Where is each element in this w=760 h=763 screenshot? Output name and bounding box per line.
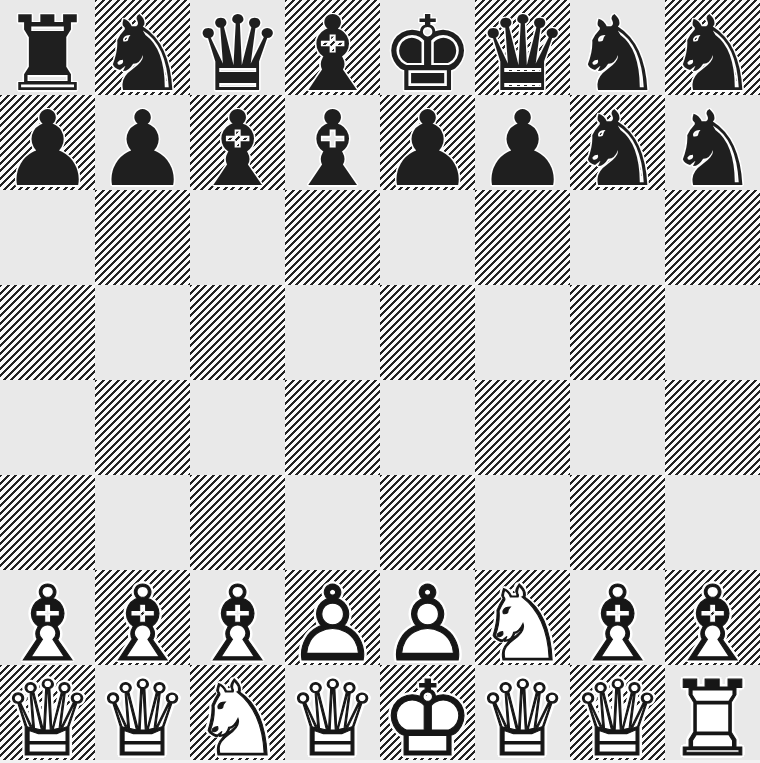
square-f7[interactable]: ♟ [475, 95, 570, 190]
chess-board: ♜♞♛♝♚♛♞♞♟♟♝♝♟♟♞♞♝♗♝♗♝♗♟♙♟♙♞♘♝♗♝♗♛♕♛♕♞♘♛♕… [0, 0, 760, 760]
piece-white-knight[interactable]: ♞♘ [190, 665, 285, 760]
square-f1[interactable]: ♛♕ [475, 665, 570, 760]
white-rook-icon: ♖ [665, 671, 760, 763]
piece-white-king[interactable]: ♚♔ [380, 665, 475, 760]
square-h6[interactable] [665, 190, 760, 285]
white-pawn-fill-icon: ♟ [285, 576, 380, 671]
square-g7[interactable]: ♞ [570, 95, 665, 190]
black-knight-icon: ♞ [570, 101, 665, 196]
square-e2[interactable]: ♟♙ [380, 570, 475, 665]
square-a6[interactable] [0, 190, 95, 285]
square-a7[interactable]: ♟ [0, 95, 95, 190]
piece-black-pawn[interactable]: ♟ [0, 95, 95, 190]
black-rook-icon: ♜ [0, 6, 95, 101]
white-bishop-fill-icon: ♝ [570, 576, 665, 671]
square-h2[interactable]: ♝♗ [665, 570, 760, 665]
white-pawn-icon: ♙ [285, 576, 380, 671]
square-c2[interactable]: ♝♗ [190, 570, 285, 665]
piece-white-queen[interactable]: ♛♕ [285, 665, 380, 760]
square-c4[interactable] [190, 380, 285, 475]
square-f8[interactable]: ♛ [475, 0, 570, 95]
square-d1[interactable]: ♛♕ [285, 665, 380, 760]
square-g1[interactable]: ♛♕ [570, 665, 665, 760]
square-h3[interactable] [665, 475, 760, 570]
black-pawn-icon: ♟ [95, 101, 190, 196]
white-pawn-fill-icon: ♟ [380, 576, 475, 671]
white-knight-fill-icon: ♞ [475, 576, 570, 671]
square-a4[interactable] [0, 380, 95, 475]
piece-black-pawn[interactable]: ♟ [380, 95, 475, 190]
square-d8[interactable]: ♝ [285, 0, 380, 95]
square-b5[interactable] [95, 285, 190, 380]
square-b3[interactable] [95, 475, 190, 570]
square-b1[interactable]: ♛♕ [95, 665, 190, 760]
square-a8[interactable]: ♜ [0, 0, 95, 95]
piece-white-rook[interactable]: ♜♖ [665, 665, 760, 760]
piece-white-knight[interactable]: ♞♘ [475, 570, 570, 665]
white-queen-fill-icon: ♛ [285, 671, 380, 763]
piece-black-knight[interactable]: ♞ [570, 95, 665, 190]
square-e4[interactable] [380, 380, 475, 475]
black-bishop-icon: ♝ [190, 101, 285, 196]
white-bishop-fill-icon: ♝ [665, 576, 760, 671]
white-queen-fill-icon: ♛ [570, 671, 665, 763]
square-c3[interactable] [190, 475, 285, 570]
piece-white-queen[interactable]: ♛♕ [570, 665, 665, 760]
black-pawn-icon: ♟ [0, 101, 95, 196]
white-knight-icon: ♘ [190, 671, 285, 763]
white-bishop-icon: ♗ [0, 576, 95, 671]
white-queen-icon: ♕ [475, 671, 570, 763]
piece-white-bishop[interactable]: ♝♗ [0, 570, 95, 665]
piece-black-bishop[interactable]: ♝ [285, 0, 380, 95]
white-bishop-icon: ♗ [570, 576, 665, 671]
square-a2[interactable]: ♝♗ [0, 570, 95, 665]
square-a1[interactable]: ♛♕ [0, 665, 95, 760]
square-e1[interactable]: ♚♔ [380, 665, 475, 760]
white-king-fill-icon: ♚ [380, 671, 475, 763]
square-d6[interactable] [285, 190, 380, 285]
black-bishop-icon: ♝ [285, 6, 380, 101]
piece-black-knight[interactable]: ♞ [570, 0, 665, 95]
square-d5[interactable] [285, 285, 380, 380]
square-e3[interactable] [380, 475, 475, 570]
piece-white-queen[interactable]: ♛♕ [0, 665, 95, 760]
square-g6[interactable] [570, 190, 665, 285]
white-rook-fill-icon: ♜ [665, 671, 760, 763]
square-g2[interactable]: ♝♗ [570, 570, 665, 665]
square-f5[interactable] [475, 285, 570, 380]
square-h5[interactable] [665, 285, 760, 380]
black-knight-icon: ♞ [570, 6, 665, 101]
piece-white-bishop[interactable]: ♝♗ [665, 570, 760, 665]
black-king-icon: ♚ [380, 6, 475, 101]
white-queen-fill-icon: ♛ [475, 671, 570, 763]
square-d7[interactable]: ♝ [285, 95, 380, 190]
white-bishop-icon: ♗ [95, 576, 190, 671]
square-h1[interactable]: ♜♖ [665, 665, 760, 760]
piece-black-knight[interactable]: ♞ [665, 0, 760, 95]
square-e6[interactable] [380, 190, 475, 285]
square-c7[interactable]: ♝ [190, 95, 285, 190]
square-f6[interactable] [475, 190, 570, 285]
white-bishop-fill-icon: ♝ [95, 576, 190, 671]
square-b8[interactable]: ♞ [95, 0, 190, 95]
piece-black-rook[interactable]: ♜ [0, 0, 95, 95]
white-pawn-icon: ♙ [380, 576, 475, 671]
square-c1[interactable]: ♞♘ [190, 665, 285, 760]
square-h4[interactable] [665, 380, 760, 475]
black-knight-icon: ♞ [665, 101, 760, 196]
white-queen-icon: ♕ [570, 671, 665, 763]
black-queen-icon: ♛ [475, 6, 570, 101]
white-queen-icon: ♕ [285, 671, 380, 763]
square-h7[interactable]: ♞ [665, 95, 760, 190]
black-knight-icon: ♞ [95, 6, 190, 101]
square-b6[interactable] [95, 190, 190, 285]
piece-black-bishop[interactable]: ♝ [285, 95, 380, 190]
white-bishop-icon: ♗ [665, 576, 760, 671]
piece-black-knight[interactable]: ♞ [665, 95, 760, 190]
piece-white-pawn[interactable]: ♟♙ [285, 570, 380, 665]
square-b4[interactable] [95, 380, 190, 475]
white-king-icon: ♔ [380, 671, 475, 763]
piece-white-queen[interactable]: ♛♕ [475, 665, 570, 760]
square-e5[interactable] [380, 285, 475, 380]
piece-black-pawn[interactable]: ♟ [95, 95, 190, 190]
square-b7[interactable]: ♟ [95, 95, 190, 190]
square-a5[interactable] [0, 285, 95, 380]
piece-black-knight[interactable]: ♞ [95, 0, 190, 95]
piece-black-queen[interactable]: ♛ [475, 0, 570, 95]
black-bishop-icon: ♝ [285, 101, 380, 196]
black-knight-icon: ♞ [665, 6, 760, 101]
square-c8[interactable]: ♛ [190, 0, 285, 95]
piece-black-pawn[interactable]: ♟ [475, 95, 570, 190]
square-g4[interactable] [570, 380, 665, 475]
white-bishop-icon: ♗ [190, 576, 285, 671]
square-g3[interactable] [570, 475, 665, 570]
piece-white-pawn[interactable]: ♟♙ [380, 570, 475, 665]
square-c6[interactable] [190, 190, 285, 285]
square-d3[interactable] [285, 475, 380, 570]
square-d2[interactable]: ♟♙ [285, 570, 380, 665]
piece-white-bishop[interactable]: ♝♗ [570, 570, 665, 665]
white-bishop-fill-icon: ♝ [190, 576, 285, 671]
piece-black-queen[interactable]: ♛ [190, 0, 285, 95]
piece-black-king[interactable]: ♚ [380, 0, 475, 95]
square-h8[interactable]: ♞ [665, 0, 760, 95]
square-c5[interactable] [190, 285, 285, 380]
white-queen-fill-icon: ♛ [95, 671, 190, 763]
piece-white-queen[interactable]: ♛♕ [95, 665, 190, 760]
piece-white-bishop[interactable]: ♝♗ [95, 570, 190, 665]
white-queen-icon: ♕ [0, 671, 95, 763]
white-knight-fill-icon: ♞ [190, 671, 285, 763]
square-e8[interactable]: ♚ [380, 0, 475, 95]
white-bishop-fill-icon: ♝ [0, 576, 95, 671]
black-queen-icon: ♛ [190, 6, 285, 101]
square-g8[interactable]: ♞ [570, 0, 665, 95]
white-queen-icon: ♕ [95, 671, 190, 763]
piece-white-bishop[interactable]: ♝♗ [190, 570, 285, 665]
square-e7[interactable]: ♟ [380, 95, 475, 190]
black-pawn-icon: ♟ [475, 101, 570, 196]
square-a3[interactable] [0, 475, 95, 570]
square-f2[interactable]: ♞♘ [475, 570, 570, 665]
white-queen-fill-icon: ♛ [0, 671, 95, 763]
square-d4[interactable] [285, 380, 380, 475]
piece-black-bishop[interactable]: ♝ [190, 95, 285, 190]
square-b2[interactable]: ♝♗ [95, 570, 190, 665]
white-knight-icon: ♘ [475, 576, 570, 671]
square-f4[interactable] [475, 380, 570, 475]
square-g5[interactable] [570, 285, 665, 380]
square-f3[interactable] [475, 475, 570, 570]
black-pawn-icon: ♟ [380, 101, 475, 196]
